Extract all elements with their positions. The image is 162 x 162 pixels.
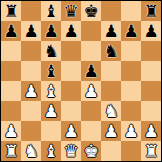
- square-b5[interactable]: [21, 61, 41, 81]
- black-pawn-a7[interactable]: ♟: [3, 21, 18, 41]
- black-rook-a8[interactable]: ♜: [3, 1, 18, 21]
- square-g1[interactable]: [121, 141, 141, 161]
- white-pawn-e4[interactable]: ♟: [83, 81, 98, 101]
- square-f4[interactable]: [101, 81, 121, 101]
- square-e8[interactable]: ♚: [81, 1, 101, 21]
- square-d4[interactable]: [61, 81, 81, 101]
- white-rook-h1[interactable]: ♜: [143, 141, 158, 161]
- square-b2[interactable]: [21, 121, 41, 141]
- white-pawn-h2[interactable]: ♟: [143, 121, 158, 141]
- white-bishop-c1[interactable]: ♝: [43, 141, 58, 161]
- white-rook-a1[interactable]: ♜: [3, 141, 18, 161]
- square-g6[interactable]: [121, 41, 141, 61]
- square-g4[interactable]: [121, 81, 141, 101]
- square-a5[interactable]: [1, 61, 21, 81]
- square-d5[interactable]: [61, 61, 81, 81]
- black-bishop-c5[interactable]: ♝: [43, 61, 58, 81]
- white-knight-b1[interactable]: ♞: [23, 141, 38, 161]
- square-b3[interactable]: [21, 101, 41, 121]
- square-h6[interactable]: [141, 41, 161, 61]
- black-pawn-d7[interactable]: ♟: [63, 21, 78, 41]
- square-b4[interactable]: ♟: [21, 81, 41, 101]
- white-queen-d1[interactable]: ♛: [63, 141, 78, 161]
- square-f7[interactable]: ♟: [101, 21, 121, 41]
- black-knight-c6[interactable]: ♞: [43, 41, 58, 61]
- white-pawn-f2[interactable]: ♟: [103, 121, 118, 141]
- white-knight-f3[interactable]: ♞: [103, 101, 118, 121]
- square-a8[interactable]: ♜: [1, 1, 21, 21]
- white-bishop-c4[interactable]: ♝: [43, 81, 58, 101]
- square-a2[interactable]: ♟: [1, 121, 21, 141]
- square-f3[interactable]: ♞: [101, 101, 121, 121]
- black-king-e8[interactable]: ♚: [83, 1, 98, 21]
- square-a3[interactable]: [1, 101, 21, 121]
- square-e6[interactable]: [81, 41, 101, 61]
- white-pawn-d2[interactable]: ♟: [63, 121, 78, 141]
- square-h7[interactable]: ♟: [141, 21, 161, 41]
- square-a4[interactable]: [1, 81, 21, 101]
- square-g5[interactable]: [121, 61, 141, 81]
- square-b7[interactable]: ♟: [21, 21, 41, 41]
- black-pawn-h7[interactable]: ♟: [143, 21, 158, 41]
- square-g7[interactable]: ♟: [121, 21, 141, 41]
- square-e7[interactable]: [81, 21, 101, 41]
- square-c4[interactable]: ♝: [41, 81, 61, 101]
- square-h1[interactable]: ♜: [141, 141, 161, 161]
- square-g8[interactable]: [121, 1, 141, 21]
- square-c8[interactable]: ♝: [41, 1, 61, 21]
- white-pawn-g2[interactable]: ♟: [123, 121, 138, 141]
- square-d3[interactable]: [61, 101, 81, 121]
- square-e3[interactable]: [81, 101, 101, 121]
- chess-board: ♜♝♛♚♜♟♟♟♟♟♟♟♞♞♝♟♟♝♟♟♞♟♟♟♟♟♜♞♝♛♚♜: [0, 0, 162, 162]
- square-d2[interactable]: ♟: [61, 121, 81, 141]
- square-g3[interactable]: [121, 101, 141, 121]
- black-pawn-f7[interactable]: ♟: [103, 21, 118, 41]
- square-b6[interactable]: [21, 41, 41, 61]
- square-f1[interactable]: [101, 141, 121, 161]
- square-a7[interactable]: ♟: [1, 21, 21, 41]
- square-f2[interactable]: ♟: [101, 121, 121, 141]
- black-pawn-c7[interactable]: ♟: [43, 21, 58, 41]
- square-f5[interactable]: [101, 61, 121, 81]
- black-bishop-c8[interactable]: ♝: [43, 1, 58, 21]
- square-f6[interactable]: ♞: [101, 41, 121, 61]
- white-king-e1[interactable]: ♚: [83, 141, 98, 161]
- white-pawn-b4[interactable]: ♟: [23, 81, 38, 101]
- black-pawn-b7[interactable]: ♟: [23, 21, 38, 41]
- square-g2[interactable]: ♟: [121, 121, 141, 141]
- black-knight-f6[interactable]: ♞: [103, 41, 118, 61]
- square-h2[interactable]: ♟: [141, 121, 161, 141]
- square-a1[interactable]: ♜: [1, 141, 21, 161]
- square-c5[interactable]: ♝: [41, 61, 61, 81]
- square-c1[interactable]: ♝: [41, 141, 61, 161]
- square-f8[interactable]: [101, 1, 121, 21]
- black-rook-h8[interactable]: ♜: [143, 1, 158, 21]
- square-e5[interactable]: ♟: [81, 61, 101, 81]
- square-d7[interactable]: ♟: [61, 21, 81, 41]
- black-pawn-g7[interactable]: ♟: [123, 21, 138, 41]
- square-c7[interactable]: ♟: [41, 21, 61, 41]
- square-c3[interactable]: ♟: [41, 101, 61, 121]
- square-d1[interactable]: ♛: [61, 141, 81, 161]
- square-a6[interactable]: [1, 41, 21, 61]
- white-pawn-a2[interactable]: ♟: [3, 121, 18, 141]
- black-pawn-e5[interactable]: ♟: [83, 61, 98, 81]
- square-d6[interactable]: [61, 41, 81, 61]
- square-h8[interactable]: ♜: [141, 1, 161, 21]
- square-c6[interactable]: ♞: [41, 41, 61, 61]
- square-e4[interactable]: ♟: [81, 81, 101, 101]
- square-h3[interactable]: [141, 101, 161, 121]
- square-b8[interactable]: [21, 1, 41, 21]
- square-d8[interactable]: ♛: [61, 1, 81, 21]
- black-queen-d8[interactable]: ♛: [63, 1, 78, 21]
- square-c2[interactable]: [41, 121, 61, 141]
- square-b1[interactable]: ♞: [21, 141, 41, 161]
- square-e2[interactable]: [81, 121, 101, 141]
- square-h4[interactable]: [141, 81, 161, 101]
- square-e1[interactable]: ♚: [81, 141, 101, 161]
- square-h5[interactable]: [141, 61, 161, 81]
- white-pawn-c3[interactable]: ♟: [43, 101, 58, 121]
